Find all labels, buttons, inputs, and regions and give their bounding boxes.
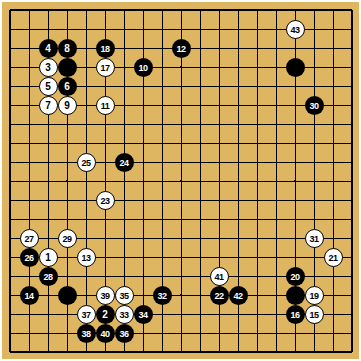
stone-white-19[interactable]: 19 [305,286,324,305]
stone-black-8[interactable]: 8 [58,39,77,58]
move-number: 30 [310,101,319,110]
move-number: 34 [139,310,148,319]
stone-white-27[interactable]: 27 [20,229,39,248]
move-number: 18 [101,44,110,53]
stone-black-16[interactable]: 16 [286,305,305,324]
stones-layer: 1234567891011121314151617181920212223242… [1,1,361,361]
stone-black-30[interactable]: 30 [305,96,324,115]
stone-white-13[interactable]: 13 [77,248,96,267]
move-number: 10 [139,63,148,72]
stone-black-14[interactable]: 14 [20,286,39,305]
stone-black-10[interactable]: 10 [134,58,153,77]
stone-white-3[interactable]: 3 [39,58,58,77]
stone-black-2[interactable]: 2 [96,305,115,324]
move-number: 12 [177,44,186,53]
handicap-stone-black[interactable] [58,286,77,305]
stone-black-24[interactable]: 24 [115,153,134,172]
move-number: 21 [329,253,338,262]
move-number: 38 [82,329,91,338]
stone-white-41[interactable]: 41 [210,267,229,286]
move-number: 25 [82,158,91,167]
move-number: 23 [101,196,110,205]
stone-white-17[interactable]: 17 [96,58,115,77]
move-number: 7 [45,101,51,111]
move-number: 39 [101,291,110,300]
move-number: 31 [310,234,319,243]
move-number: 29 [63,234,72,243]
stone-white-35[interactable]: 35 [115,286,134,305]
stone-white-39[interactable]: 39 [96,286,115,305]
move-number: 6 [64,82,70,92]
handicap-stone-black[interactable] [286,58,305,77]
stone-white-25[interactable]: 25 [77,153,96,172]
handicap-stone-black[interactable] [286,286,305,305]
stone-black-12[interactable]: 12 [172,39,191,58]
move-number: 24 [120,158,129,167]
move-number: 26 [25,253,34,262]
move-number: 33 [120,310,129,319]
handicap-stone-black[interactable] [58,58,77,77]
stone-black-6[interactable]: 6 [58,77,77,96]
stone-white-43[interactable]: 43 [286,20,305,39]
stone-white-11[interactable]: 11 [96,96,115,115]
move-number: 40 [101,329,110,338]
go-diagram: 1234567891011121314151617181920212223242… [0,0,361,361]
stone-white-31[interactable]: 31 [305,229,324,248]
move-number: 5 [45,82,51,92]
move-number: 9 [64,101,70,111]
stone-white-33[interactable]: 33 [115,305,134,324]
stone-white-7[interactable]: 7 [39,96,58,115]
move-number: 22 [215,291,224,300]
move-number: 37 [82,310,91,319]
move-number: 28 [44,272,53,281]
stone-white-29[interactable]: 29 [58,229,77,248]
stone-black-42[interactable]: 42 [229,286,248,305]
stone-white-5[interactable]: 5 [39,77,58,96]
move-number: 8 [64,44,70,54]
move-number: 42 [234,291,243,300]
stone-white-37[interactable]: 37 [77,305,96,324]
stone-black-38[interactable]: 38 [77,324,96,343]
stone-white-21[interactable]: 21 [324,248,343,267]
stone-white-9[interactable]: 9 [58,96,77,115]
move-number: 4 [45,44,51,54]
move-number: 15 [310,310,319,319]
move-number: 11 [101,101,109,110]
stone-white-23[interactable]: 23 [96,191,115,210]
move-number: 35 [120,291,129,300]
stone-black-32[interactable]: 32 [153,286,172,305]
move-number: 1 [45,253,51,263]
move-number: 27 [25,234,34,243]
stone-white-1[interactable]: 1 [39,248,58,267]
stone-black-28[interactable]: 28 [39,267,58,286]
move-number: 17 [101,63,110,72]
stone-black-36[interactable]: 36 [115,324,134,343]
move-number: 2 [102,310,108,320]
stone-black-26[interactable]: 26 [20,248,39,267]
move-number: 32 [158,291,167,300]
stone-black-18[interactable]: 18 [96,39,115,58]
stone-black-34[interactable]: 34 [134,305,153,324]
move-number: 43 [291,25,300,34]
stone-black-22[interactable]: 22 [210,286,229,305]
stone-black-4[interactable]: 4 [39,39,58,58]
move-number: 20 [291,272,300,281]
move-number: 36 [120,329,129,338]
stone-black-20[interactable]: 20 [286,267,305,286]
stone-white-15[interactable]: 15 [305,305,324,324]
go-board[interactable]: 1234567891011121314151617181920212223242… [2,2,359,359]
move-number: 16 [291,310,300,319]
move-number: 41 [215,272,224,281]
stone-black-40[interactable]: 40 [96,324,115,343]
move-number: 14 [25,291,34,300]
move-number: 19 [310,291,319,300]
move-number: 13 [82,253,91,262]
move-number: 3 [45,63,51,73]
